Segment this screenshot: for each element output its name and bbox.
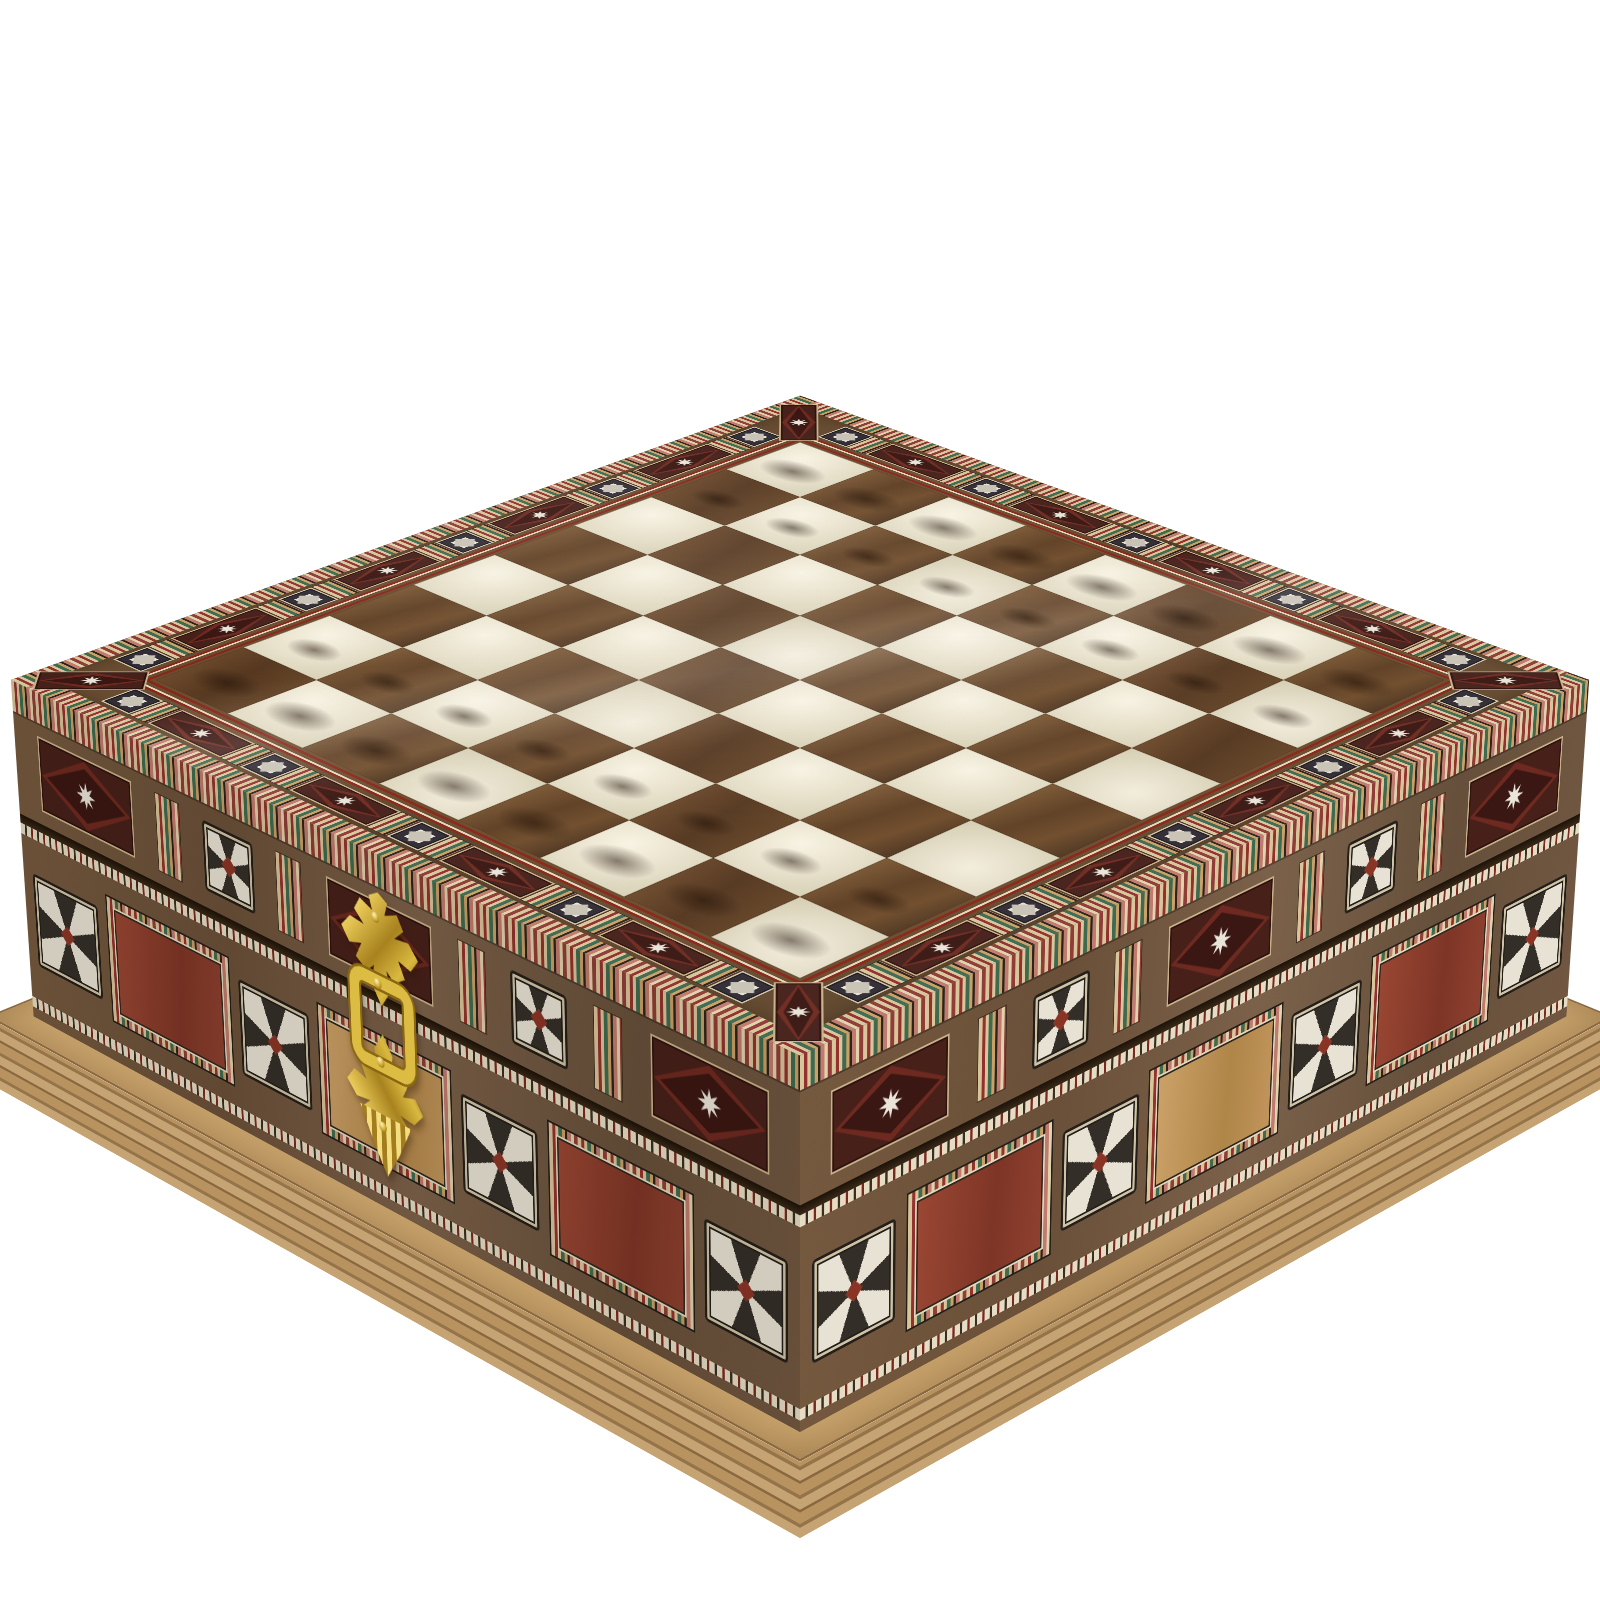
side-pinwheel-medallion (463, 1097, 537, 1229)
side-pinwheel-medallion (706, 1222, 785, 1360)
side-pinwheel-medallion (1499, 877, 1566, 997)
chess-box: ♜♞♝♛♚♝♞♜♟♟♟♟♟♟♟♟♟♟♟♟♟♟♟♟♜♞♝♛♚♝♞♜ (11, 396, 1589, 1056)
side-stripe-inlay (1113, 940, 1141, 1034)
side-stripe-inlay (155, 793, 182, 882)
side-pinwheel-medallion (1062, 1097, 1136, 1229)
side-pinwheel-medallion (240, 982, 310, 1107)
side-stripe-inlay (458, 940, 486, 1034)
side-stripe-inlay (275, 851, 303, 942)
side-stripe-inlay (1297, 851, 1325, 942)
side-pinwheel-medallion (1347, 823, 1396, 911)
side-pinwheel-medallion (513, 973, 566, 1067)
side-stripe-inlay (978, 1006, 1007, 1102)
side-pinwheel-medallion (1290, 982, 1360, 1107)
side-stripe-inlay (593, 1006, 622, 1102)
chess-set-photo: Overhead corner view of a handmade mosai… (0, 0, 1600, 1600)
piece-glyph: ♜ (651, 637, 950, 943)
piece-glyph: ♟ (1159, 449, 1423, 720)
side-pinwheel-medallion (815, 1222, 894, 1360)
side-pinwheel-medallion (204, 823, 253, 911)
side-stripe-inlay (1417, 793, 1444, 882)
border-diamond-medallion (773, 982, 824, 1042)
side-pinwheel-medallion (1034, 973, 1087, 1067)
side-pinwheel-medallion (35, 877, 102, 997)
latch-hasp-loop[interactable] (349, 960, 416, 1090)
